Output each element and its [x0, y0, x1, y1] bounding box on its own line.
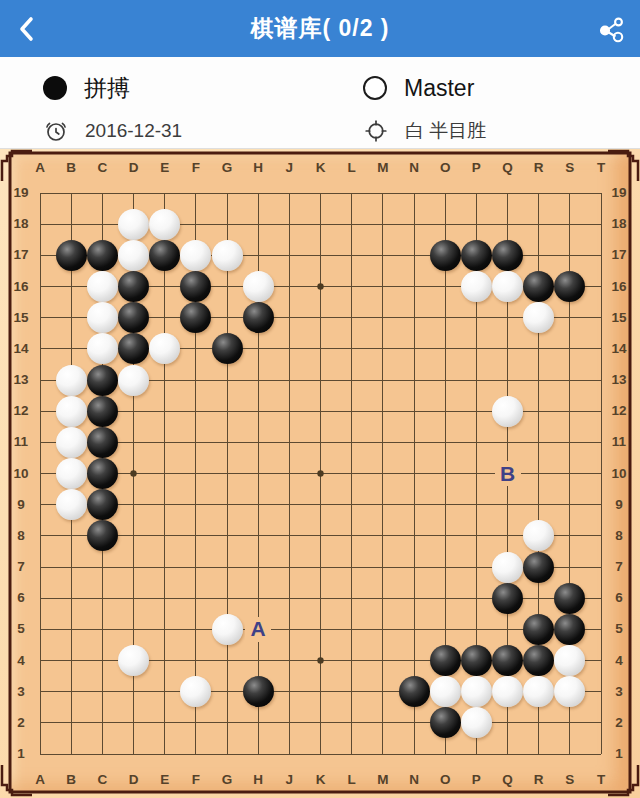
coordinate-label: 13 — [8, 371, 34, 389]
board-label-A: A — [245, 617, 271, 642]
white-stone — [430, 676, 461, 707]
black-stone — [87, 520, 118, 551]
coordinate-label: H — [245, 159, 271, 177]
black-player: 拼搏 — [0, 71, 320, 105]
game-date-item: 2016-12-31 — [0, 116, 320, 146]
white-stone — [492, 676, 523, 707]
coordinate-label: C — [89, 159, 115, 177]
top-bar: 棋谱库( 0/2 ) — [0, 0, 640, 57]
coordinate-label: 9 — [8, 496, 34, 514]
white-stone — [212, 240, 243, 271]
coordinate-label: 2 — [8, 714, 34, 732]
white-stone — [56, 458, 87, 489]
coordinate-label: R — [526, 159, 552, 177]
white-stone — [118, 365, 149, 396]
coordinate-label: 19 — [8, 184, 34, 202]
black-stone — [399, 676, 430, 707]
coordinate-label: H — [245, 771, 271, 789]
black-stone — [492, 240, 523, 271]
game-info-panel: 拼搏 Master 2016-12-31 — [0, 57, 640, 149]
coordinate-label: A — [27, 771, 53, 789]
white-player-name: Master — [404, 75, 474, 102]
black-stone — [523, 614, 554, 645]
coordinate-label: B — [58, 159, 84, 177]
black-stone — [87, 365, 118, 396]
white-stone — [461, 676, 492, 707]
coordinate-label: 12 — [606, 402, 632, 420]
page-title: 棋谱库( 0/2 ) — [0, 13, 640, 44]
white-stone — [461, 707, 492, 738]
coordinate-label: 1 — [606, 745, 632, 763]
white-stone — [461, 271, 492, 302]
black-stone — [118, 271, 149, 302]
white-stone — [56, 427, 87, 458]
coordinate-label: 3 — [8, 683, 34, 701]
coordinate-label: N — [401, 159, 427, 177]
coordinate-label: 15 — [606, 309, 632, 327]
coordinate-label: 16 — [606, 278, 632, 296]
back-button[interactable] — [10, 13, 44, 45]
white-stone — [492, 396, 523, 427]
game-date: 2016-12-31 — [85, 120, 182, 142]
coordinate-label: 1 — [8, 745, 34, 763]
coordinate-label: C — [89, 771, 115, 789]
star-point — [317, 657, 323, 663]
black-stone — [87, 489, 118, 520]
coordinate-label: 7 — [606, 558, 632, 576]
coordinate-label: L — [339, 159, 365, 177]
coordinate-label: 12 — [8, 402, 34, 420]
coordinate-label: 18 — [606, 215, 632, 233]
coordinate-label: 10 — [8, 465, 34, 483]
black-stone — [243, 302, 274, 333]
white-stone — [492, 271, 523, 302]
coordinate-label: 6 — [606, 589, 632, 607]
white-stone — [118, 240, 149, 271]
white-stone — [212, 614, 243, 645]
coordinate-label: O — [432, 159, 458, 177]
coordinate-label: E — [152, 771, 178, 789]
white-stone — [56, 489, 87, 520]
white-player: Master — [320, 71, 640, 105]
coordinate-label: S — [557, 159, 583, 177]
coordinate-label: J — [276, 771, 302, 789]
white-stone — [149, 209, 180, 240]
coordinate-label: T — [588, 159, 614, 177]
black-stone — [430, 645, 461, 676]
coordinate-label: 3 — [606, 683, 632, 701]
share-icon — [597, 15, 627, 43]
white-stone — [118, 209, 149, 240]
coordinate-label: 16 — [8, 278, 34, 296]
coordinate-label: T — [588, 771, 614, 789]
black-stone — [523, 552, 554, 583]
coordinate-label: 5 — [8, 620, 34, 638]
coordinate-label: G — [214, 159, 240, 177]
coordinate-label: 18 — [8, 215, 34, 233]
star-point — [317, 470, 323, 476]
black-stone — [430, 240, 461, 271]
app-screen: 棋谱库( 0/2 ) 拼搏 Master — [0, 0, 640, 798]
white-stone — [87, 333, 118, 364]
star-point — [317, 283, 323, 289]
coordinate-label: 4 — [8, 652, 34, 670]
coordinate-label: 9 — [606, 496, 632, 514]
coordinate-label: R — [526, 771, 552, 789]
black-stone — [87, 396, 118, 427]
coordinate-label: N — [401, 771, 427, 789]
share-button[interactable] — [596, 14, 628, 44]
coordinate-label: 14 — [8, 340, 34, 358]
board-label-B: B — [495, 461, 521, 486]
black-stone — [212, 333, 243, 364]
black-stone — [492, 583, 523, 614]
coordinate-label: A — [27, 159, 53, 177]
coordinate-label: F — [183, 771, 209, 789]
white-stone — [243, 271, 274, 302]
white-stone — [180, 240, 211, 271]
coordinate-label: O — [432, 771, 458, 789]
coordinate-label: P — [463, 159, 489, 177]
white-stone — [87, 271, 118, 302]
coordinate-label: 13 — [606, 371, 632, 389]
black-stone — [430, 707, 461, 738]
coordinate-label: 14 — [606, 340, 632, 358]
chevron-left-icon — [15, 15, 39, 43]
black-stone — [243, 676, 274, 707]
white-stone — [56, 396, 87, 427]
coordinate-label: 6 — [8, 589, 34, 607]
black-stone — [523, 645, 554, 676]
coordinate-label: Q — [495, 771, 521, 789]
coordinate-label: S — [557, 771, 583, 789]
coordinate-label: 11 — [606, 433, 632, 451]
coordinate-label: 8 — [8, 527, 34, 545]
coordinate-label: D — [121, 159, 147, 177]
black-stone — [461, 240, 492, 271]
players-row: 拼搏 Master — [0, 71, 640, 105]
game-result: 白 半目胜 — [405, 118, 486, 144]
coordinate-label: P — [463, 771, 489, 789]
black-stone — [554, 614, 585, 645]
coordinate-label: 8 — [606, 527, 632, 545]
coordinate-label: 17 — [606, 246, 632, 264]
coordinate-label: 17 — [8, 246, 34, 264]
coordinate-label: D — [121, 771, 147, 789]
coordinate-label: 11 — [8, 433, 34, 451]
meta-row: 2016-12-31 白 半目胜 — [0, 116, 640, 146]
game-result-item: 白 半目胜 — [320, 116, 640, 146]
coordinate-label: Q — [495, 159, 521, 177]
coordinate-label: K — [308, 771, 334, 789]
black-stone — [56, 240, 87, 271]
black-stone — [118, 302, 149, 333]
coordinate-label: 15 — [8, 309, 34, 327]
coordinate-label: M — [370, 159, 396, 177]
alarm-clock-icon — [44, 119, 68, 143]
black-stone — [523, 271, 554, 302]
black-stone — [149, 240, 180, 271]
coordinate-label: J — [276, 159, 302, 177]
black-stone — [492, 645, 523, 676]
go-board[interactable]: ABCDEFGHJKLMNOPQRST ABCDEFGHJKLMNOPQRST … — [0, 149, 640, 798]
coordinate-label: B — [58, 771, 84, 789]
black-stone — [87, 240, 118, 271]
black-stone — [87, 427, 118, 458]
coordinate-label: E — [152, 159, 178, 177]
white-stone — [492, 552, 523, 583]
coordinate-label: L — [339, 771, 365, 789]
white-stone — [56, 365, 87, 396]
coordinate-label: K — [308, 159, 334, 177]
white-stone — [118, 645, 149, 676]
coordinate-label: 4 — [606, 652, 632, 670]
black-stone-icon — [43, 76, 67, 100]
coordinate-label: G — [214, 771, 240, 789]
black-stone — [87, 458, 118, 489]
coordinate-label: M — [370, 771, 396, 789]
black-player-name: 拼搏 — [84, 73, 130, 104]
coordinate-label: 7 — [8, 558, 34, 576]
coordinate-label: F — [183, 159, 209, 177]
coordinate-label: 2 — [606, 714, 632, 732]
coordinate-label: 19 — [606, 184, 632, 202]
result-target-icon — [364, 119, 388, 143]
coordinate-label: 5 — [606, 620, 632, 638]
black-stone — [461, 645, 492, 676]
star-point — [130, 470, 136, 476]
black-stone — [554, 583, 585, 614]
white-stone-icon — [363, 76, 387, 100]
white-stone — [87, 302, 118, 333]
coordinate-label: 10 — [606, 465, 632, 483]
